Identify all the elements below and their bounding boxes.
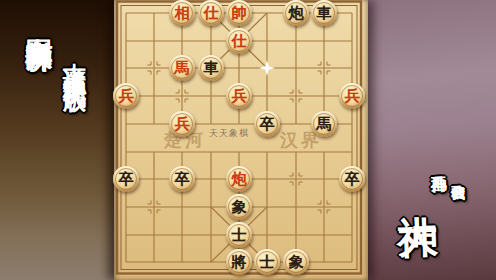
piece-black-車[interactable]: 車 xyxy=(311,0,337,26)
piece-char: 馬 xyxy=(175,61,190,76)
piece-black-卒[interactable]: 卒 xyxy=(254,111,280,137)
left-banner-line2: 古谱橘中秘现代版 xyxy=(59,44,90,76)
xiangqi-board[interactable]: 楚河 汉界 天天象棋 相仕帥炮車仕馬車兵兵兵兵卒馬卒卒炮卒象士將士象 xyxy=(114,0,368,280)
piece-red-相[interactable]: 相 xyxy=(169,0,195,26)
piece-black-士[interactable]: 士 xyxy=(226,222,252,248)
piece-black-士[interactable]: 士 xyxy=(254,249,280,275)
piece-black-馬[interactable]: 馬 xyxy=(311,111,337,137)
piece-char: 士 xyxy=(232,228,247,243)
piece-red-馬[interactable]: 馬 xyxy=(169,55,195,81)
piece-char: 象 xyxy=(289,255,304,270)
piece-char: 兵 xyxy=(232,89,247,104)
app-watermark: 天天象棋 xyxy=(209,127,249,140)
piece-black-車[interactable]: 車 xyxy=(198,55,224,81)
piece-char: 卒 xyxy=(119,172,134,187)
left-banner-line1: 中国象棋大神讲师 xyxy=(22,17,56,25)
left-background-panel xyxy=(0,0,114,280)
piece-red-兵[interactable]: 兵 xyxy=(113,83,139,109)
piece-red-仕[interactable]: 仕 xyxy=(226,28,252,54)
piece-red-兵[interactable]: 兵 xyxy=(226,83,252,109)
piece-red-炮[interactable]: 炮 xyxy=(226,166,252,192)
piece-char: 卒 xyxy=(175,172,190,187)
piece-char: 士 xyxy=(260,255,275,270)
piece-char: 炮 xyxy=(232,172,247,187)
piece-black-象[interactable]: 象 xyxy=(226,194,252,220)
piece-red-兵[interactable]: 兵 xyxy=(339,83,365,109)
piece-black-卒[interactable]: 卒 xyxy=(169,166,195,192)
piece-black-象[interactable]: 象 xyxy=(283,249,309,275)
piece-char: 兵 xyxy=(119,89,134,104)
piece-char: 卒 xyxy=(260,117,275,132)
right-background-panel xyxy=(368,0,496,280)
piece-char: 車 xyxy=(317,6,332,21)
piece-char: 馬 xyxy=(317,117,332,132)
piece-char: 仕 xyxy=(232,34,247,49)
piece-black-卒[interactable]: 卒 xyxy=(113,166,139,192)
piece-char: 兵 xyxy=(175,117,190,132)
piece-char: 仕 xyxy=(204,6,219,21)
piece-char: 象 xyxy=(232,200,247,215)
piece-char: 相 xyxy=(175,6,190,21)
piece-char: 卒 xyxy=(345,172,360,187)
piece-char: 炮 xyxy=(289,6,304,21)
piece-red-兵[interactable]: 兵 xyxy=(169,111,195,137)
video-thumbnail-frame: 楚河 汉界 天天象棋 相仕帥炮車仕馬車兵兵兵兵卒馬卒卒炮卒象士將士象 中国象棋大… xyxy=(0,0,496,280)
piece-black-炮[interactable]: 炮 xyxy=(283,0,309,26)
piece-red-仕[interactable]: 仕 xyxy=(198,0,224,26)
piece-char: 兵 xyxy=(345,89,360,104)
piece-red-帥[interactable]: 帥 xyxy=(226,0,252,26)
piece-char: 帥 xyxy=(232,6,247,21)
piece-char: 車 xyxy=(204,61,219,76)
piece-black-將[interactable]: 將 xyxy=(226,249,252,275)
piece-char: 將 xyxy=(232,255,247,270)
piece-black-卒[interactable]: 卒 xyxy=(339,166,365,192)
